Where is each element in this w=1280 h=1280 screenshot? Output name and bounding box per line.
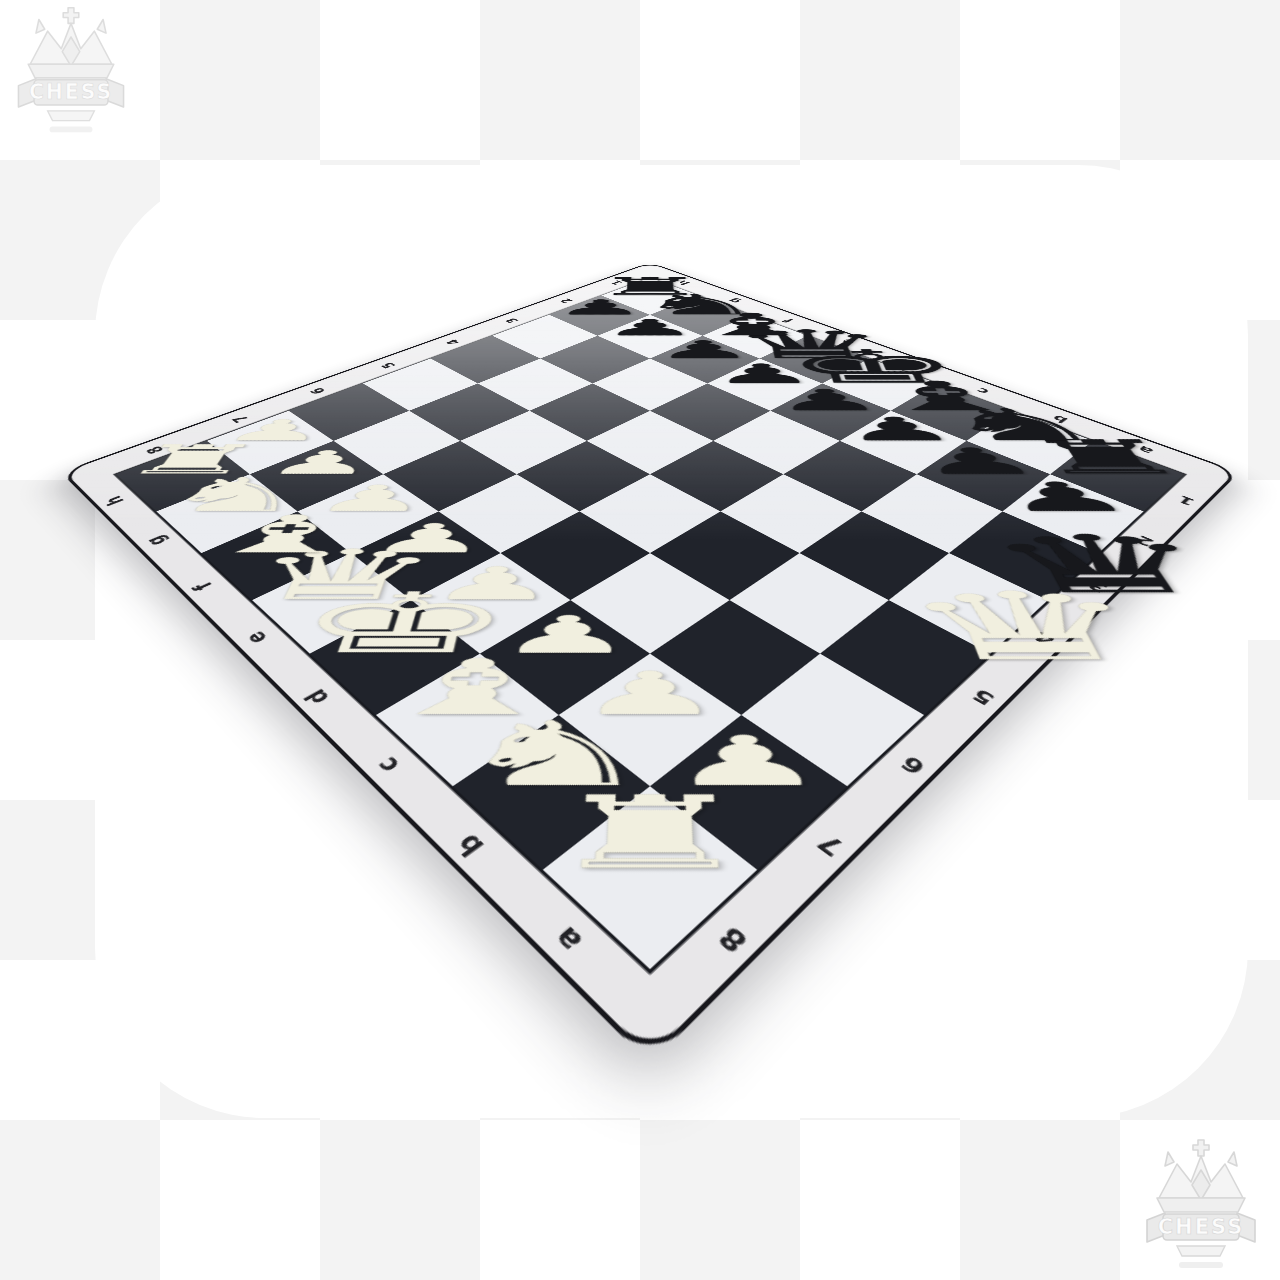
rank-label-right-8: 8 [709, 919, 754, 961]
file-label-near-g: g [140, 532, 173, 549]
file-label-near-f: f [187, 578, 219, 595]
chess-board-grid [116, 278, 1183, 969]
file-label-near-d: d [298, 684, 337, 710]
rank-label-right-3: 3 [1083, 577, 1112, 596]
product-photo-canvas: CHESS CHESS [0, 0, 1280, 1280]
rank-label-left-4: 4 [441, 338, 463, 347]
file-label-near-b: b [448, 827, 492, 862]
rank-label-left-5: 5 [376, 360, 400, 370]
rank-label-right-7: 7 [809, 828, 850, 863]
rank-label-right-5: 5 [966, 684, 1000, 710]
chess-board-mat: hhggffeeddccbbaa1122334455667788 ♜♞♝♚♛♝♞… [60, 262, 1239, 1064]
rank-label-left-3: 3 [501, 316, 522, 324]
file-label-near-h: h [99, 493, 130, 508]
file-label-near-c: c [368, 751, 407, 779]
chess-set-scene: hhggffeeddccbbaa1122334455667788 ♜♞♝♚♛♝♞… [0, 0, 1280, 1280]
rank-label-left-6: 6 [305, 386, 330, 397]
file-label-near-e: e [238, 627, 274, 649]
rank-label-right-4: 4 [1028, 627, 1059, 649]
rank-label-right-6: 6 [894, 750, 931, 780]
file-label-near-a: a [545, 919, 591, 960]
rank-label-right-1: 1 [1173, 493, 1198, 508]
